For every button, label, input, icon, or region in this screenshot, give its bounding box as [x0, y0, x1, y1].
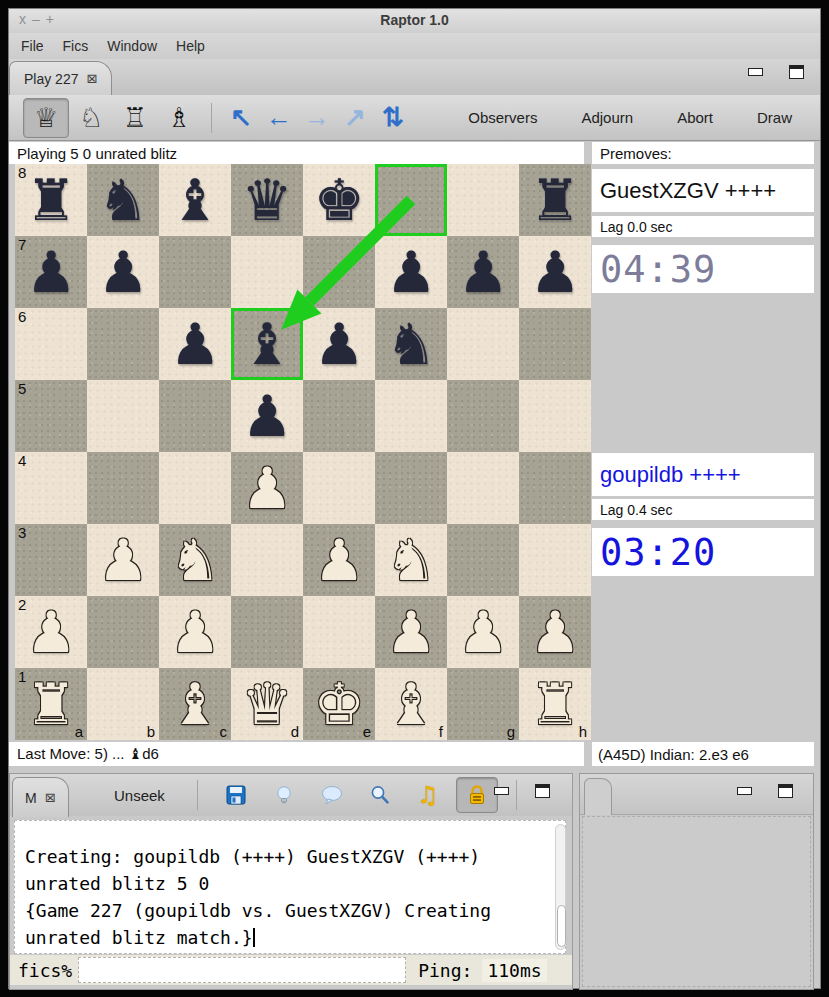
- promote-knight-button[interactable]: ♘: [69, 99, 113, 137]
- black-bishop-c8[interactable]: ♝: [169, 164, 220, 236]
- square-h7[interactable]: ♟: [519, 236, 591, 308]
- white-pawn-d4[interactable]: ♟: [241, 452, 292, 524]
- square-b4[interactable]: [87, 452, 159, 524]
- save-icon: [225, 784, 247, 806]
- white-pawn-c2[interactable]: ♟: [169, 596, 220, 668]
- flip-board-button[interactable]: ⇅: [374, 99, 412, 137]
- square-f5[interactable]: [375, 380, 447, 452]
- square-h2[interactable]: ♟: [519, 596, 591, 668]
- black-king-e8[interactable]: ♚: [313, 164, 364, 236]
- chat-button[interactable]: [312, 778, 352, 812]
- last-move-text: Last Move: 5) ... ♝d6: [9, 742, 584, 766]
- square-b1[interactable]: b: [87, 668, 159, 740]
- file-label: g: [507, 723, 515, 740]
- top-player-name: GuestXZGV ++++: [592, 169, 814, 212]
- white-rook-h1[interactable]: ♜: [529, 668, 580, 740]
- white-pawn-h2[interactable]: ♟: [529, 596, 580, 668]
- bottom-player-lag: Lag 0.4 sec: [592, 499, 814, 520]
- square-c2[interactable]: ♟: [159, 596, 231, 668]
- minimize-console-icon[interactable]: [494, 787, 509, 795]
- menu-help[interactable]: Help: [174, 36, 216, 56]
- rank-label: 7: [18, 236, 26, 253]
- square-d2[interactable]: [231, 596, 303, 668]
- square-d7[interactable]: [231, 236, 303, 308]
- square-c3[interactable]: ♞: [159, 524, 231, 596]
- lock-icon: [466, 784, 488, 806]
- square-d4[interactable]: ♟: [231, 452, 303, 524]
- maximize-panel-icon[interactable]: [789, 65, 804, 79]
- jump-start-icon: ↖: [230, 102, 252, 133]
- game-tab-bar: Play 227 ⊠: [9, 59, 820, 95]
- white-bishop-f1[interactable]: ♝: [385, 668, 436, 740]
- flip-icon: ⇅: [382, 102, 404, 133]
- promote-rook-button[interactable]: ♖: [113, 99, 157, 137]
- sound-button[interactable]: ♫: [408, 778, 448, 812]
- console-tab-label: M: [25, 790, 37, 806]
- console-output[interactable]: Creating: goupildb (++++) GuestXZGV (+++…: [14, 820, 566, 954]
- square-a7[interactable]: 7♟: [15, 236, 87, 308]
- rank-label: 4: [18, 452, 26, 469]
- square-d1[interactable]: d♛: [231, 668, 303, 740]
- square-f6[interactable]: ♞: [375, 308, 447, 380]
- square-f8[interactable]: [375, 164, 447, 236]
- minimize-panel-icon[interactable]: [748, 68, 763, 76]
- chess-board[interactable]: 8♜♞♝♛♚♜7♟♟♟♟♟6♟♝♟♞5♟4♟3♟♞♟♞2♟♟♟♟♟1a♜bc♝d…: [15, 164, 591, 740]
- bishop-icon: ♗: [167, 102, 191, 133]
- console-scrollbar[interactable]: [555, 824, 566, 950]
- toolbar-separator: [197, 780, 198, 810]
- bottom-player-name: goupildb ++++: [592, 453, 814, 496]
- square-e6[interactable]: ♟: [303, 308, 375, 380]
- square-h1[interactable]: h♜: [519, 668, 591, 740]
- rank-label: 2: [18, 596, 26, 613]
- square-b8[interactable]: ♞: [87, 164, 159, 236]
- black-knight-f6[interactable]: ♞: [385, 308, 436, 380]
- jump-to-start-button[interactable]: ↖: [222, 99, 260, 137]
- black-rook-h8[interactable]: ♜: [529, 164, 580, 236]
- tab-close-icon[interactable]: ⊠: [86, 71, 97, 86]
- menu-window[interactable]: Window: [105, 36, 168, 56]
- black-pawn-d5[interactable]: ♟: [241, 380, 292, 452]
- highlight-f8: [375, 164, 447, 236]
- speech-bubble-icon: [320, 784, 344, 806]
- square-g6[interactable]: [447, 308, 519, 380]
- title-bar: x–+ Raptor 1.0: [9, 9, 820, 33]
- file-label: b: [147, 723, 155, 740]
- square-b3[interactable]: ♟: [87, 524, 159, 596]
- rank-label: 1: [18, 668, 26, 685]
- hint-button[interactable]: [264, 778, 304, 812]
- file-label: f: [439, 723, 443, 740]
- command-input[interactable]: [78, 957, 406, 983]
- black-pawn-g7[interactable]: ♟: [457, 236, 508, 308]
- square-e5[interactable]: [303, 380, 375, 452]
- square-h8[interactable]: ♜: [519, 164, 591, 236]
- square-c5[interactable]: [159, 380, 231, 452]
- rook-icon: ♖: [123, 102, 147, 133]
- opening-name: (A45D) Indian: 2.e3 e6: [592, 742, 814, 766]
- black-pawn-f7[interactable]: ♟: [385, 236, 436, 308]
- square-c4[interactable]: [159, 452, 231, 524]
- square-c7[interactable]: [159, 236, 231, 308]
- tab-label: Play 227: [24, 71, 78, 87]
- square-e3[interactable]: ♟: [303, 524, 375, 596]
- jump-to-end-button[interactable]: ↗: [336, 99, 374, 137]
- text-caret: [253, 928, 255, 947]
- fics-prompt: fics%: [10, 960, 78, 981]
- queen-icon: ♕: [34, 102, 58, 133]
- white-pawn-f2[interactable]: ♟: [385, 596, 436, 668]
- console-panel: M ⊠ Unseek: [9, 773, 573, 990]
- forward-button[interactable]: →: [298, 99, 336, 137]
- screen: x–+ Raptor 1.0 File Fics Window Help Pla…: [0, 0, 829, 997]
- rank-label: 3: [18, 524, 26, 541]
- secondary-panel-body: [582, 816, 811, 987]
- square-h4[interactable]: [519, 452, 591, 524]
- black-queen-d8[interactable]: ♛: [241, 164, 292, 236]
- rank-label: 8: [18, 164, 26, 181]
- square-a2[interactable]: 2♟: [15, 596, 87, 668]
- adjourn-button[interactable]: Adjourn: [581, 109, 633, 126]
- search-icon: [369, 784, 391, 806]
- jump-end-icon: ↗: [344, 102, 366, 133]
- abort-button[interactable]: Abort: [677, 109, 713, 126]
- menu-file[interactable]: File: [19, 36, 55, 56]
- music-note-icon: ♫: [417, 781, 439, 809]
- square-e2[interactable]: [303, 596, 375, 668]
- lightbulb-icon: [273, 784, 295, 806]
- black-pawn-b7[interactable]: ♟: [97, 236, 148, 308]
- black-knight-b8[interactable]: ♞: [97, 164, 148, 236]
- square-c1[interactable]: c♝: [159, 668, 231, 740]
- toolbar-separator: [211, 103, 212, 133]
- square-d3[interactable]: [231, 524, 303, 596]
- square-f2[interactable]: ♟: [375, 596, 447, 668]
- console-window-buttons: [494, 784, 550, 798]
- menu-fics[interactable]: Fics: [61, 36, 100, 56]
- rank-label: 6: [18, 308, 26, 325]
- rank-label: 5: [18, 380, 26, 397]
- draw-button[interactable]: Draw: [757, 109, 792, 126]
- square-a1[interactable]: 1a♜: [15, 668, 87, 740]
- square-g4[interactable]: [447, 452, 519, 524]
- knight-icon: ♘: [79, 102, 103, 133]
- square-d6[interactable]: ♝: [231, 308, 303, 380]
- square-f1[interactable]: f♝: [375, 668, 447, 740]
- file-label: a: [75, 723, 83, 740]
- square-f4[interactable]: [375, 452, 447, 524]
- square-b2[interactable]: [87, 596, 159, 668]
- game-toolbar: ♕ ♘ ♖ ♗ ↖ ← → ↗ ⇅ Observers Adjourn Abor…: [9, 95, 820, 141]
- black-bishop-d6[interactable]: ♝: [241, 308, 292, 380]
- console-tab-bar: M ⊠ Unseek: [10, 774, 572, 816]
- square-a5[interactable]: 5: [15, 380, 87, 452]
- square-f3[interactable]: ♞: [375, 524, 447, 596]
- tab-main-console[interactable]: M ⊠: [12, 777, 69, 817]
- square-h6[interactable]: [519, 308, 591, 380]
- white-pawn-e3[interactable]: ♟: [313, 524, 364, 596]
- minimize-secondary-icon[interactable]: [737, 787, 752, 795]
- square-e4[interactable]: [303, 452, 375, 524]
- square-a4[interactable]: 4: [15, 452, 87, 524]
- square-b7[interactable]: ♟: [87, 236, 159, 308]
- window-title: Raptor 1.0: [9, 12, 820, 28]
- black-pawn-h7[interactable]: ♟: [529, 236, 580, 308]
- file-label: c: [220, 723, 228, 740]
- ping-label: Ping:: [418, 960, 472, 981]
- save-button[interactable]: [216, 778, 256, 812]
- white-king-e1[interactable]: ♚: [313, 668, 364, 740]
- console-toolbar: Unseek ♫: [100, 774, 527, 816]
- square-d8[interactable]: ♛: [231, 164, 303, 236]
- square-c6[interactable]: ♟: [159, 308, 231, 380]
- arrow-left-icon: ←: [266, 102, 292, 133]
- white-knight-f3[interactable]: ♞: [385, 524, 436, 596]
- square-f7[interactable]: ♟: [375, 236, 447, 308]
- square-g8[interactable]: [447, 164, 519, 236]
- maximize-secondary-icon[interactable]: [778, 784, 793, 798]
- top-player-lag: Lag 0.0 sec: [592, 216, 814, 237]
- white-rook-a1[interactable]: ♜: [25, 668, 76, 740]
- secondary-tab-bar: [580, 774, 813, 815]
- empty-tab[interactable]: [584, 778, 612, 815]
- menu-bar: File Fics Window Help: [9, 33, 820, 59]
- square-e8[interactable]: ♚: [303, 164, 375, 236]
- bottom-player-clock: 03:20: [592, 528, 814, 576]
- square-a8[interactable]: 8♜: [15, 164, 87, 236]
- square-b5[interactable]: [87, 380, 159, 452]
- search-button[interactable]: [360, 778, 400, 812]
- command-row: fics% Ping: 110ms: [10, 955, 572, 985]
- ping-value: 110ms: [482, 959, 546, 982]
- white-pawn-b3[interactable]: ♟: [97, 524, 148, 596]
- maximize-console-icon[interactable]: [535, 784, 550, 798]
- back-button[interactable]: ←: [260, 99, 298, 137]
- square-g5[interactable]: [447, 380, 519, 452]
- white-bishop-c1[interactable]: ♝: [169, 668, 220, 740]
- arrow-right-icon: →: [304, 102, 330, 133]
- console-tab-close-icon[interactable]: ⊠: [45, 790, 56, 805]
- secondary-panel: [579, 773, 814, 990]
- secondary-window-buttons: [737, 784, 793, 798]
- square-a6[interactable]: 6: [15, 308, 87, 380]
- square-h5[interactable]: [519, 380, 591, 452]
- square-g1[interactable]: g: [447, 668, 519, 740]
- black-pawn-e6[interactable]: ♟: [313, 308, 364, 380]
- white-queen-d1[interactable]: ♛: [241, 668, 292, 740]
- square-e1[interactable]: e♚: [303, 668, 375, 740]
- square-h3[interactable]: [519, 524, 591, 596]
- observers-button[interactable]: Observers: [468, 109, 537, 126]
- top-player-clock: 04:39: [592, 245, 814, 293]
- file-label: d: [291, 723, 299, 740]
- promote-queen-button[interactable]: ♕: [23, 98, 69, 138]
- unseek-button[interactable]: Unseek: [100, 787, 179, 804]
- square-g3[interactable]: [447, 524, 519, 596]
- square-d5[interactable]: ♟: [231, 380, 303, 452]
- white-knight-c3[interactable]: ♞: [169, 524, 220, 596]
- square-e7[interactable]: [303, 236, 375, 308]
- raptor-window: x–+ Raptor 1.0 File Fics Window Help Pla…: [8, 8, 821, 989]
- premoves-label: Premoves:: [592, 142, 814, 164]
- black-rook-a8[interactable]: ♜: [25, 164, 76, 236]
- promote-bishop-button[interactable]: ♗: [157, 99, 201, 137]
- white-pawn-a2[interactable]: ♟: [25, 596, 76, 668]
- square-c8[interactable]: ♝: [159, 164, 231, 236]
- scrollbar-thumb[interactable]: [557, 905, 566, 947]
- black-pawn-a7[interactable]: ♟: [25, 236, 76, 308]
- lock-button[interactable]: [456, 777, 498, 813]
- action-buttons: Observers Adjourn Abort Draw: [468, 109, 806, 126]
- file-label: h: [579, 723, 587, 740]
- game-description: Playing 5 0 unrated blitz: [9, 142, 584, 164]
- file-label: e: [363, 723, 371, 740]
- square-b6[interactable]: [87, 308, 159, 380]
- square-g7[interactable]: ♟: [447, 236, 519, 308]
- black-pawn-c6[interactable]: ♟: [169, 308, 220, 380]
- tab-play-227[interactable]: Play 227 ⊠: [9, 61, 112, 95]
- panel-window-buttons: [748, 65, 804, 79]
- square-a3[interactable]: 3: [15, 524, 87, 596]
- white-pawn-g2[interactable]: ♟: [457, 596, 508, 668]
- square-g2[interactable]: ♟: [447, 596, 519, 668]
